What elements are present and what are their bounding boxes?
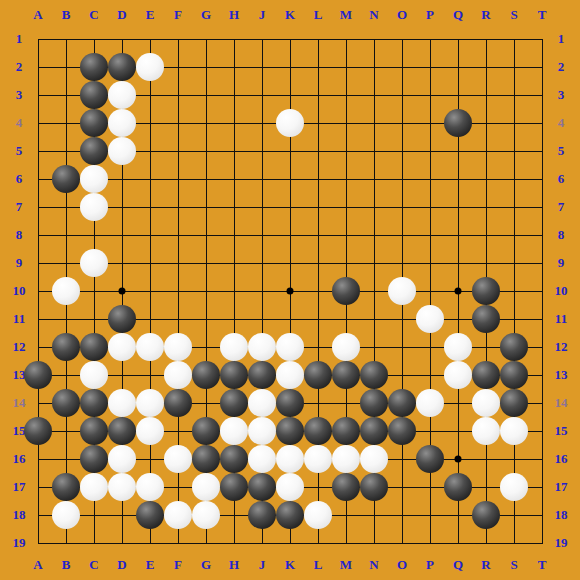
black-stone-K15[interactable] — [276, 417, 304, 445]
intersection-R13[interactable] — [472, 361, 500, 389]
intersection-J6[interactable] — [248, 165, 276, 193]
intersection-N18[interactable] — [360, 501, 388, 529]
black-stone-R10[interactable] — [472, 277, 500, 305]
intersection-J16[interactable] — [248, 445, 276, 473]
intersection-O8[interactable] — [388, 221, 416, 249]
intersection-J5[interactable] — [248, 137, 276, 165]
intersection-J8[interactable] — [248, 221, 276, 249]
intersection-F13[interactable] — [164, 361, 192, 389]
black-stone-C16[interactable] — [80, 445, 108, 473]
black-stone-Q17[interactable] — [444, 473, 472, 501]
intersection-M2[interactable] — [332, 53, 360, 81]
intersection-G10[interactable] — [192, 277, 220, 305]
intersection-G5[interactable] — [192, 137, 220, 165]
black-stone-G15[interactable] — [192, 417, 220, 445]
intersection-J3[interactable] — [248, 81, 276, 109]
black-stone-M13[interactable] — [332, 361, 360, 389]
intersection-E11[interactable] — [136, 305, 164, 333]
intersection-Q10[interactable] — [444, 277, 472, 305]
intersection-C14[interactable] — [80, 389, 108, 417]
white-stone-B18[interactable] — [52, 501, 80, 529]
intersection-B14[interactable] — [52, 389, 80, 417]
intersection-R1[interactable] — [472, 25, 500, 53]
white-stone-C17[interactable] — [80, 473, 108, 501]
intersection-F11[interactable] — [164, 305, 192, 333]
intersection-J17[interactable] — [248, 473, 276, 501]
intersection-C4[interactable] — [80, 109, 108, 137]
black-stone-S13[interactable] — [500, 361, 528, 389]
white-stone-S17[interactable] — [500, 473, 528, 501]
intersection-T18[interactable] — [528, 501, 556, 529]
black-stone-N13[interactable] — [360, 361, 388, 389]
intersection-F3[interactable] — [164, 81, 192, 109]
intersection-T3[interactable] — [528, 81, 556, 109]
intersection-F6[interactable] — [164, 165, 192, 193]
intersection-S13[interactable] — [500, 361, 528, 389]
intersection-H8[interactable] — [220, 221, 248, 249]
intersection-L19[interactable] — [304, 529, 332, 557]
white-stone-J14[interactable] — [248, 389, 276, 417]
intersection-B18[interactable] — [52, 501, 80, 529]
black-stone-K14[interactable] — [276, 389, 304, 417]
intersection-S9[interactable] — [500, 249, 528, 277]
intersection-R18[interactable] — [472, 501, 500, 529]
intersection-D7[interactable] — [108, 193, 136, 221]
black-stone-B14[interactable] — [52, 389, 80, 417]
intersection-Q19[interactable] — [444, 529, 472, 557]
intersection-P4[interactable] — [416, 109, 444, 137]
white-stone-C13[interactable] — [80, 361, 108, 389]
intersection-J9[interactable] — [248, 249, 276, 277]
intersection-R4[interactable] — [472, 109, 500, 137]
white-stone-N16[interactable] — [360, 445, 388, 473]
intersection-A6[interactable] — [24, 165, 52, 193]
intersection-C8[interactable] — [80, 221, 108, 249]
intersection-O2[interactable] — [388, 53, 416, 81]
black-stone-E18[interactable] — [136, 501, 164, 529]
intersection-P5[interactable] — [416, 137, 444, 165]
intersection-R2[interactable] — [472, 53, 500, 81]
intersection-E8[interactable] — [136, 221, 164, 249]
intersection-E1[interactable] — [136, 25, 164, 53]
black-stone-C2[interactable] — [80, 53, 108, 81]
intersection-A9[interactable] — [24, 249, 52, 277]
white-stone-K4[interactable] — [276, 109, 304, 137]
intersection-Q1[interactable] — [444, 25, 472, 53]
intersection-H18[interactable] — [220, 501, 248, 529]
intersection-D13[interactable] — [108, 361, 136, 389]
intersection-E18[interactable] — [136, 501, 164, 529]
intersection-E7[interactable] — [136, 193, 164, 221]
intersection-B1[interactable] — [52, 25, 80, 53]
intersection-C12[interactable] — [80, 333, 108, 361]
white-stone-R14[interactable] — [472, 389, 500, 417]
intersection-B2[interactable] — [52, 53, 80, 81]
white-stone-C6[interactable] — [80, 165, 108, 193]
black-stone-C14[interactable] — [80, 389, 108, 417]
black-stone-S14[interactable] — [500, 389, 528, 417]
intersection-H4[interactable] — [220, 109, 248, 137]
black-stone-C4[interactable] — [80, 109, 108, 137]
intersection-P17[interactable] — [416, 473, 444, 501]
intersection-Q3[interactable] — [444, 81, 472, 109]
intersection-Q18[interactable] — [444, 501, 472, 529]
intersection-T8[interactable] — [528, 221, 556, 249]
intersection-N17[interactable] — [360, 473, 388, 501]
white-stone-O10[interactable] — [388, 277, 416, 305]
white-stone-E15[interactable] — [136, 417, 164, 445]
intersection-M8[interactable] — [332, 221, 360, 249]
intersection-G13[interactable] — [192, 361, 220, 389]
intersection-D3[interactable] — [108, 81, 136, 109]
intersection-T17[interactable] — [528, 473, 556, 501]
intersection-R3[interactable] — [472, 81, 500, 109]
intersection-O9[interactable] — [388, 249, 416, 277]
intersection-E9[interactable] — [136, 249, 164, 277]
intersection-G3[interactable] — [192, 81, 220, 109]
intersection-F18[interactable] — [164, 501, 192, 529]
intersection-J15[interactable] — [248, 417, 276, 445]
intersection-O4[interactable] — [388, 109, 416, 137]
intersection-A16[interactable] — [24, 445, 52, 473]
intersection-K11[interactable] — [276, 305, 304, 333]
intersection-B3[interactable] — [52, 81, 80, 109]
white-stone-K13[interactable] — [276, 361, 304, 389]
intersection-H7[interactable] — [220, 193, 248, 221]
black-stone-G13[interactable] — [192, 361, 220, 389]
intersection-T4[interactable] — [528, 109, 556, 137]
white-stone-M16[interactable] — [332, 445, 360, 473]
intersection-N9[interactable] — [360, 249, 388, 277]
intersection-E13[interactable] — [136, 361, 164, 389]
intersection-P18[interactable] — [416, 501, 444, 529]
intersection-A10[interactable] — [24, 277, 52, 305]
intersection-A1[interactable] — [24, 25, 52, 53]
intersection-M14[interactable] — [332, 389, 360, 417]
intersection-G15[interactable] — [192, 417, 220, 445]
intersection-A19[interactable] — [24, 529, 52, 557]
intersection-S16[interactable] — [500, 445, 528, 473]
intersection-B15[interactable] — [52, 417, 80, 445]
intersection-M12[interactable] — [332, 333, 360, 361]
intersection-E3[interactable] — [136, 81, 164, 109]
black-stone-A15[interactable] — [24, 417, 52, 445]
intersection-C16[interactable] — [80, 445, 108, 473]
intersection-D19[interactable] — [108, 529, 136, 557]
intersection-L6[interactable] — [304, 165, 332, 193]
intersection-L11[interactable] — [304, 305, 332, 333]
intersection-B9[interactable] — [52, 249, 80, 277]
intersection-S8[interactable] — [500, 221, 528, 249]
intersection-S5[interactable] — [500, 137, 528, 165]
intersection-A4[interactable] — [24, 109, 52, 137]
black-stone-N15[interactable] — [360, 417, 388, 445]
intersection-S19[interactable] — [500, 529, 528, 557]
intersection-K14[interactable] — [276, 389, 304, 417]
intersection-T14[interactable] — [528, 389, 556, 417]
intersection-D11[interactable] — [108, 305, 136, 333]
intersection-J4[interactable] — [248, 109, 276, 137]
intersection-T2[interactable] — [528, 53, 556, 81]
intersection-B6[interactable] — [52, 165, 80, 193]
intersection-C11[interactable] — [80, 305, 108, 333]
intersection-B8[interactable] — [52, 221, 80, 249]
white-stone-C9[interactable] — [80, 249, 108, 277]
intersection-L10[interactable] — [304, 277, 332, 305]
intersection-A18[interactable] — [24, 501, 52, 529]
white-stone-E14[interactable] — [136, 389, 164, 417]
black-stone-J13[interactable] — [248, 361, 276, 389]
intersection-M13[interactable] — [332, 361, 360, 389]
intersection-E17[interactable] — [136, 473, 164, 501]
intersection-F16[interactable] — [164, 445, 192, 473]
intersection-H3[interactable] — [220, 81, 248, 109]
intersection-B13[interactable] — [52, 361, 80, 389]
intersection-C19[interactable] — [80, 529, 108, 557]
intersection-S11[interactable] — [500, 305, 528, 333]
intersection-C7[interactable] — [80, 193, 108, 221]
black-stone-N14[interactable] — [360, 389, 388, 417]
intersection-M19[interactable] — [332, 529, 360, 557]
intersection-G7[interactable] — [192, 193, 220, 221]
intersection-F2[interactable] — [164, 53, 192, 81]
black-stone-K18[interactable] — [276, 501, 304, 529]
intersection-P14[interactable] — [416, 389, 444, 417]
intersection-L1[interactable] — [304, 25, 332, 53]
intersection-K16[interactable] — [276, 445, 304, 473]
intersection-G6[interactable] — [192, 165, 220, 193]
white-stone-S15[interactable] — [500, 417, 528, 445]
intersection-D4[interactable] — [108, 109, 136, 137]
intersection-E10[interactable] — [136, 277, 164, 305]
intersection-N4[interactable] — [360, 109, 388, 137]
intersection-S3[interactable] — [500, 81, 528, 109]
white-stone-J16[interactable] — [248, 445, 276, 473]
intersection-C6[interactable] — [80, 165, 108, 193]
intersection-M4[interactable] — [332, 109, 360, 137]
intersection-N1[interactable] — [360, 25, 388, 53]
white-stone-G17[interactable] — [192, 473, 220, 501]
intersection-F14[interactable] — [164, 389, 192, 417]
intersection-D12[interactable] — [108, 333, 136, 361]
intersection-K15[interactable] — [276, 417, 304, 445]
intersection-D6[interactable] — [108, 165, 136, 193]
intersection-K4[interactable] — [276, 109, 304, 137]
intersection-P3[interactable] — [416, 81, 444, 109]
intersection-K10[interactable] — [276, 277, 304, 305]
intersection-C18[interactable] — [80, 501, 108, 529]
intersection-O12[interactable] — [388, 333, 416, 361]
intersection-A17[interactable] — [24, 473, 52, 501]
intersection-G11[interactable] — [192, 305, 220, 333]
intersection-T12[interactable] — [528, 333, 556, 361]
intersection-J19[interactable] — [248, 529, 276, 557]
intersection-R6[interactable] — [472, 165, 500, 193]
intersection-B4[interactable] — [52, 109, 80, 137]
intersection-L7[interactable] — [304, 193, 332, 221]
intersection-R10[interactable] — [472, 277, 500, 305]
intersection-T15[interactable] — [528, 417, 556, 445]
black-stone-B12[interactable] — [52, 333, 80, 361]
black-stone-C15[interactable] — [80, 417, 108, 445]
intersection-A5[interactable] — [24, 137, 52, 165]
intersection-Q4[interactable] — [444, 109, 472, 137]
intersection-D16[interactable] — [108, 445, 136, 473]
black-stone-D15[interactable] — [108, 417, 136, 445]
intersection-M18[interactable] — [332, 501, 360, 529]
intersection-O5[interactable] — [388, 137, 416, 165]
intersection-L12[interactable] — [304, 333, 332, 361]
intersection-A15[interactable] — [24, 417, 52, 445]
intersection-T9[interactable] — [528, 249, 556, 277]
white-stone-F13[interactable] — [164, 361, 192, 389]
intersection-C2[interactable] — [80, 53, 108, 81]
intersection-K5[interactable] — [276, 137, 304, 165]
intersection-K13[interactable] — [276, 361, 304, 389]
intersection-C9[interactable] — [80, 249, 108, 277]
black-stone-F14[interactable] — [164, 389, 192, 417]
intersection-R14[interactable] — [472, 389, 500, 417]
black-stone-A13[interactable] — [24, 361, 52, 389]
white-stone-D3[interactable] — [108, 81, 136, 109]
black-stone-L15[interactable] — [304, 417, 332, 445]
intersection-L3[interactable] — [304, 81, 332, 109]
intersection-C5[interactable] — [80, 137, 108, 165]
white-stone-E2[interactable] — [136, 53, 164, 81]
intersection-P1[interactable] — [416, 25, 444, 53]
black-stone-P16[interactable] — [416, 445, 444, 473]
intersection-O15[interactable] — [388, 417, 416, 445]
intersection-M15[interactable] — [332, 417, 360, 445]
intersection-A3[interactable] — [24, 81, 52, 109]
white-stone-D4[interactable] — [108, 109, 136, 137]
white-stone-Q13[interactable] — [444, 361, 472, 389]
intersection-O1[interactable] — [388, 25, 416, 53]
intersection-G8[interactable] — [192, 221, 220, 249]
intersection-A7[interactable] — [24, 193, 52, 221]
white-stone-E17[interactable] — [136, 473, 164, 501]
black-stone-M10[interactable] — [332, 277, 360, 305]
intersection-R19[interactable] — [472, 529, 500, 557]
intersection-C3[interactable] — [80, 81, 108, 109]
intersection-H1[interactable] — [220, 25, 248, 53]
black-stone-H17[interactable] — [220, 473, 248, 501]
black-stone-H13[interactable] — [220, 361, 248, 389]
intersection-G1[interactable] — [192, 25, 220, 53]
intersection-N12[interactable] — [360, 333, 388, 361]
intersection-O3[interactable] — [388, 81, 416, 109]
intersection-S14[interactable] — [500, 389, 528, 417]
black-stone-M17[interactable] — [332, 473, 360, 501]
white-stone-E12[interactable] — [136, 333, 164, 361]
intersection-F12[interactable] — [164, 333, 192, 361]
black-stone-O14[interactable] — [388, 389, 416, 417]
intersection-J14[interactable] — [248, 389, 276, 417]
intersection-H12[interactable] — [220, 333, 248, 361]
intersection-P7[interactable] — [416, 193, 444, 221]
intersection-N10[interactable] — [360, 277, 388, 305]
intersection-P2[interactable] — [416, 53, 444, 81]
white-stone-J15[interactable] — [248, 417, 276, 445]
intersection-F8[interactable] — [164, 221, 192, 249]
intersection-G9[interactable] — [192, 249, 220, 277]
intersection-N15[interactable] — [360, 417, 388, 445]
intersection-L13[interactable] — [304, 361, 332, 389]
intersection-K9[interactable] — [276, 249, 304, 277]
intersection-A12[interactable] — [24, 333, 52, 361]
intersection-S1[interactable] — [500, 25, 528, 53]
black-stone-S12[interactable] — [500, 333, 528, 361]
intersection-J1[interactable] — [248, 25, 276, 53]
intersection-S12[interactable] — [500, 333, 528, 361]
white-stone-K16[interactable] — [276, 445, 304, 473]
intersection-E2[interactable] — [136, 53, 164, 81]
intersection-N7[interactable] — [360, 193, 388, 221]
intersection-R8[interactable] — [472, 221, 500, 249]
black-stone-O15[interactable] — [388, 417, 416, 445]
intersection-T16[interactable] — [528, 445, 556, 473]
intersection-L4[interactable] — [304, 109, 332, 137]
intersection-N19[interactable] — [360, 529, 388, 557]
intersection-T5[interactable] — [528, 137, 556, 165]
intersection-N5[interactable] — [360, 137, 388, 165]
intersection-O13[interactable] — [388, 361, 416, 389]
intersection-Q5[interactable] — [444, 137, 472, 165]
intersection-K3[interactable] — [276, 81, 304, 109]
intersection-M6[interactable] — [332, 165, 360, 193]
intersection-P8[interactable] — [416, 221, 444, 249]
intersection-G12[interactable] — [192, 333, 220, 361]
intersection-F19[interactable] — [164, 529, 192, 557]
intersection-B16[interactable] — [52, 445, 80, 473]
intersection-F17[interactable] — [164, 473, 192, 501]
intersection-L9[interactable] — [304, 249, 332, 277]
intersection-D10[interactable] — [108, 277, 136, 305]
intersection-J7[interactable] — [248, 193, 276, 221]
intersection-D2[interactable] — [108, 53, 136, 81]
intersection-O19[interactable] — [388, 529, 416, 557]
intersection-L5[interactable] — [304, 137, 332, 165]
intersection-N11[interactable] — [360, 305, 388, 333]
intersection-R16[interactable] — [472, 445, 500, 473]
black-stone-R18[interactable] — [472, 501, 500, 529]
intersection-K17[interactable] — [276, 473, 304, 501]
intersection-A8[interactable] — [24, 221, 52, 249]
intersection-R15[interactable] — [472, 417, 500, 445]
intersection-H14[interactable] — [220, 389, 248, 417]
intersection-P6[interactable] — [416, 165, 444, 193]
intersection-Q12[interactable] — [444, 333, 472, 361]
intersection-D9[interactable] — [108, 249, 136, 277]
intersection-N2[interactable] — [360, 53, 388, 81]
intersection-D15[interactable] — [108, 417, 136, 445]
intersection-H6[interactable] — [220, 165, 248, 193]
intersection-T6[interactable] — [528, 165, 556, 193]
intersection-R11[interactable] — [472, 305, 500, 333]
intersection-Q15[interactable] — [444, 417, 472, 445]
intersection-E14[interactable] — [136, 389, 164, 417]
intersection-K18[interactable] — [276, 501, 304, 529]
intersection-P12[interactable] — [416, 333, 444, 361]
intersection-T19[interactable] — [528, 529, 556, 557]
white-stone-P14[interactable] — [416, 389, 444, 417]
intersection-E12[interactable] — [136, 333, 164, 361]
intersection-Q14[interactable] — [444, 389, 472, 417]
intersection-J2[interactable] — [248, 53, 276, 81]
white-stone-H12[interactable] — [220, 333, 248, 361]
intersection-F4[interactable] — [164, 109, 192, 137]
intersection-C15[interactable] — [80, 417, 108, 445]
